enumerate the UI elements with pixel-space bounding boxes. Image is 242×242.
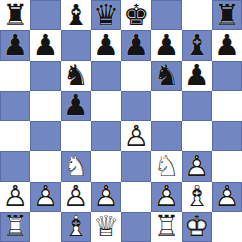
black-pawn-piece[interactable]: ♟ xyxy=(121,30,151,60)
bishop-glyph-outline: ♗ xyxy=(61,212,91,242)
pawn-glyph-fill: ♟ xyxy=(151,30,181,60)
square-f3[interactable]: ♞♘ xyxy=(151,151,181,181)
square-e8[interactable]: ♚ xyxy=(121,0,151,30)
knight-glyph-fill: ♞ xyxy=(61,61,91,91)
square-h5[interactable] xyxy=(212,91,242,121)
white-king-piece[interactable]: ♚♔ xyxy=(182,212,212,242)
black-queen-piece[interactable]: ♛ xyxy=(91,0,121,30)
square-f6[interactable]: ♞ xyxy=(151,61,181,91)
white-bishop-piece[interactable]: ♝♗ xyxy=(182,182,212,212)
square-f2[interactable]: ♟♙ xyxy=(151,182,181,212)
square-e5[interactable] xyxy=(121,91,151,121)
pawn-glyph-outline: ♙ xyxy=(91,182,121,212)
bishop-glyph-fill: ♝ xyxy=(61,0,91,30)
white-pawn-piece[interactable]: ♟♙ xyxy=(61,182,91,212)
square-b5[interactable] xyxy=(30,91,60,121)
pawn-glyph-outline: ♙ xyxy=(0,182,30,212)
black-knight-piece[interactable]: ♞ xyxy=(61,61,91,91)
white-knight-piece[interactable]: ♞♘ xyxy=(61,151,91,181)
black-pawn-piece[interactable]: ♟ xyxy=(91,30,121,60)
square-b7[interactable]: ♟ xyxy=(30,30,60,60)
square-a6[interactable] xyxy=(0,61,30,91)
square-h7[interactable]: ♟ xyxy=(212,30,242,60)
square-d3[interactable] xyxy=(91,151,121,181)
square-f4[interactable] xyxy=(151,121,181,151)
pawn-glyph-fill: ♟ xyxy=(121,30,151,60)
square-b4[interactable] xyxy=(30,121,60,151)
rook-glyph-outline: ♖ xyxy=(151,212,181,242)
pawn-glyph-outline: ♙ xyxy=(212,182,242,212)
queen-glyph-outline: ♕ xyxy=(91,212,121,242)
white-bishop-piece[interactable]: ♝♗ xyxy=(61,212,91,242)
king-glyph-outline: ♔ xyxy=(182,212,212,242)
pawn-glyph-fill: ♟ xyxy=(61,91,91,121)
black-bishop-piece[interactable]: ♝ xyxy=(182,30,212,60)
square-e1[interactable] xyxy=(121,212,151,242)
square-c1[interactable]: ♝♗ xyxy=(61,212,91,242)
square-d2[interactable]: ♟♙ xyxy=(91,182,121,212)
square-e2[interactable] xyxy=(121,182,151,212)
pawn-glyph-outline: ♙ xyxy=(182,151,212,181)
square-d6[interactable] xyxy=(91,61,121,91)
square-d7[interactable]: ♟ xyxy=(91,30,121,60)
square-g1[interactable]: ♚♔ xyxy=(182,212,212,242)
bishop-glyph-fill: ♝ xyxy=(182,30,212,60)
square-c7[interactable] xyxy=(61,30,91,60)
square-h1[interactable] xyxy=(212,212,242,242)
square-d1[interactable]: ♛♕ xyxy=(91,212,121,242)
black-rook-piece[interactable]: ♜ xyxy=(0,0,30,30)
white-pawn-piece[interactable]: ♟♙ xyxy=(121,121,151,151)
white-rook-piece[interactable]: ♜♖ xyxy=(0,212,30,242)
square-b8[interactable] xyxy=(30,0,60,30)
pawn-glyph-outline: ♙ xyxy=(151,182,181,212)
square-c3[interactable]: ♞♘ xyxy=(61,151,91,181)
square-b3[interactable] xyxy=(30,151,60,181)
knight-glyph-outline: ♘ xyxy=(61,151,91,181)
white-pawn-piece[interactable]: ♟♙ xyxy=(182,151,212,181)
white-rook-piece[interactable]: ♜♖ xyxy=(151,212,181,242)
white-knight-piece[interactable]: ♞♘ xyxy=(151,151,181,181)
knight-glyph-outline: ♘ xyxy=(151,151,181,181)
black-king-piece[interactable]: ♚ xyxy=(121,0,151,30)
king-glyph-fill: ♚ xyxy=(121,0,151,30)
square-f7[interactable]: ♟ xyxy=(151,30,181,60)
square-a1[interactable]: ♜♖ xyxy=(0,212,30,242)
black-bishop-piece[interactable]: ♝ xyxy=(61,0,91,30)
square-h6[interactable] xyxy=(212,61,242,91)
white-pawn-piece[interactable]: ♟♙ xyxy=(151,182,181,212)
rook-glyph-outline: ♖ xyxy=(0,212,30,242)
pawn-glyph-fill: ♟ xyxy=(91,30,121,60)
square-d8[interactable]: ♛ xyxy=(91,0,121,30)
square-d4[interactable] xyxy=(91,121,121,151)
pawn-glyph-outline: ♙ xyxy=(30,182,60,212)
square-h3[interactable] xyxy=(212,151,242,181)
square-c5[interactable]: ♟ xyxy=(61,91,91,121)
pawn-glyph-fill: ♟ xyxy=(182,61,212,91)
black-pawn-piece[interactable]: ♟ xyxy=(0,30,30,60)
square-h4[interactable] xyxy=(212,121,242,151)
black-pawn-piece[interactable]: ♟ xyxy=(61,91,91,121)
black-pawn-piece[interactable]: ♟ xyxy=(182,61,212,91)
square-f5[interactable] xyxy=(151,91,181,121)
pawn-glyph-fill: ♟ xyxy=(0,30,30,60)
square-a7[interactable]: ♟ xyxy=(0,30,30,60)
square-g6[interactable]: ♟ xyxy=(182,61,212,91)
white-pawn-piece[interactable]: ♟♙ xyxy=(212,182,242,212)
knight-glyph-fill: ♞ xyxy=(151,61,181,91)
square-a4[interactable] xyxy=(0,121,30,151)
square-g4[interactable] xyxy=(182,121,212,151)
square-e4[interactable]: ♟♙ xyxy=(121,121,151,151)
rook-glyph-fill: ♜ xyxy=(212,0,242,30)
square-g5[interactable] xyxy=(182,91,212,121)
square-e7[interactable]: ♟ xyxy=(121,30,151,60)
square-a5[interactable] xyxy=(0,91,30,121)
queen-glyph-fill: ♛ xyxy=(91,0,121,30)
square-a8[interactable]: ♜ xyxy=(0,0,30,30)
square-f1[interactable]: ♜♖ xyxy=(151,212,181,242)
white-pawn-piece[interactable]: ♟♙ xyxy=(91,182,121,212)
square-b2[interactable]: ♟♙ xyxy=(30,182,60,212)
square-g2[interactable]: ♝♗ xyxy=(182,182,212,212)
black-pawn-piece[interactable]: ♟ xyxy=(30,30,60,60)
pawn-glyph-fill: ♟ xyxy=(212,30,242,60)
pawn-glyph-outline: ♙ xyxy=(61,182,91,212)
square-c6[interactable]: ♞ xyxy=(61,61,91,91)
square-e3[interactable] xyxy=(121,151,151,181)
square-b1[interactable] xyxy=(30,212,60,242)
square-c2[interactable]: ♟♙ xyxy=(61,182,91,212)
square-h2[interactable]: ♟♙ xyxy=(212,182,242,212)
square-a2[interactable]: ♟♙ xyxy=(0,182,30,212)
square-e6[interactable] xyxy=(121,61,151,91)
square-b6[interactable] xyxy=(30,61,60,91)
pawn-glyph-outline: ♙ xyxy=(121,121,151,151)
white-pawn-piece[interactable]: ♟♙ xyxy=(0,182,30,212)
chess-board: ♜♝♛♚♜♟♟♟♟♟♝♟♞♞♟♟♟♙♞♘♞♘♟♙♟♙♟♙♟♙♟♙♟♙♝♗♟♙♜♖… xyxy=(0,0,242,242)
square-h8[interactable]: ♜ xyxy=(212,0,242,30)
pawn-glyph-fill: ♟ xyxy=(30,30,60,60)
square-c8[interactable]: ♝ xyxy=(61,0,91,30)
square-a3[interactable] xyxy=(0,151,30,181)
white-pawn-piece[interactable]: ♟♙ xyxy=(30,182,60,212)
square-g7[interactable]: ♝ xyxy=(182,30,212,60)
black-pawn-piece[interactable]: ♟ xyxy=(212,30,242,60)
square-g3[interactable]: ♟♙ xyxy=(182,151,212,181)
bishop-glyph-outline: ♗ xyxy=(182,182,212,212)
black-rook-piece[interactable]: ♜ xyxy=(212,0,242,30)
black-knight-piece[interactable]: ♞ xyxy=(151,61,181,91)
white-queen-piece[interactable]: ♛♕ xyxy=(91,212,121,242)
black-pawn-piece[interactable]: ♟ xyxy=(151,30,181,60)
square-g8[interactable] xyxy=(182,0,212,30)
square-d5[interactable] xyxy=(91,91,121,121)
rook-glyph-fill: ♜ xyxy=(0,0,30,30)
square-c4[interactable] xyxy=(61,121,91,151)
square-f8[interactable] xyxy=(151,0,181,30)
